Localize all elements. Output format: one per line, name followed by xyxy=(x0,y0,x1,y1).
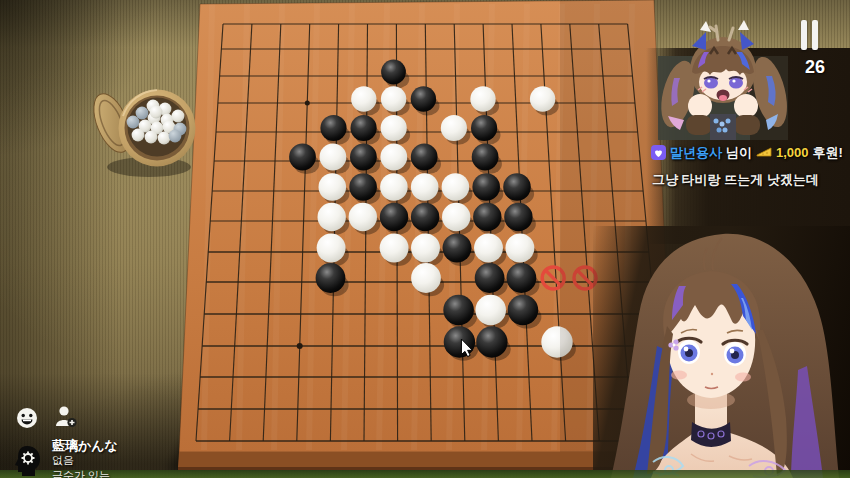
black-stone xyxy=(472,173,500,201)
stream-scene: 말년용사님이 1,000후원! 그냥 타비랑 뜨는게 낫겠는데 xyxy=(0,0,850,478)
black-stone xyxy=(411,86,436,111)
white-stone xyxy=(349,203,377,231)
black-stone xyxy=(507,263,537,293)
black-stone xyxy=(472,144,499,171)
hud-number: 26 xyxy=(797,57,833,78)
donation-message: 말년용사님이 1,000후원! xyxy=(651,144,843,161)
smiley-icon[interactable] xyxy=(16,407,38,433)
white-stone xyxy=(318,203,346,231)
chat-message: 그냥 타비랑 뜨는게 낫겠는데 xyxy=(652,171,848,189)
black-stone xyxy=(444,326,475,357)
black-stone xyxy=(443,234,472,263)
white-stone xyxy=(380,144,407,171)
black-stone xyxy=(443,295,474,326)
white-stone xyxy=(380,173,408,201)
white-stone xyxy=(475,295,506,326)
pause-button[interactable] xyxy=(801,20,818,50)
white-stone xyxy=(411,234,440,263)
black-stone xyxy=(381,60,406,85)
donor-suffix: 님이 xyxy=(726,144,752,162)
white-stone xyxy=(474,234,503,263)
white-stone xyxy=(442,203,470,231)
cheese-icon xyxy=(756,145,772,161)
black-stone xyxy=(289,144,316,171)
pause-bar xyxy=(812,20,818,50)
white-stone xyxy=(470,86,495,111)
white-stone xyxy=(411,263,441,293)
black-stone xyxy=(350,144,377,171)
chibi-mascot-image xyxy=(654,20,792,144)
white-stone xyxy=(319,173,347,201)
white-stone xyxy=(442,173,470,201)
black-stone xyxy=(411,203,439,231)
black-stone xyxy=(473,203,501,231)
head-gear-icon[interactable] xyxy=(10,444,44,478)
white-stone xyxy=(411,173,439,201)
white-stone xyxy=(441,115,467,141)
black-stone xyxy=(475,263,505,293)
pause-bar xyxy=(801,20,807,50)
heart-badge-icon xyxy=(651,145,666,160)
white-stone xyxy=(530,86,555,111)
white-stone xyxy=(381,115,407,141)
black-stone xyxy=(504,203,532,231)
black-stone xyxy=(471,115,497,141)
add-user-icon[interactable] xyxy=(53,404,78,433)
player-info-line3: 금수가 있는 xyxy=(52,468,110,478)
stone-bowl xyxy=(85,78,200,182)
black-stone xyxy=(503,173,531,201)
white-stone xyxy=(351,86,376,111)
black-stone xyxy=(316,263,346,293)
player-info-line2: 없음 xyxy=(52,453,74,468)
black-stone xyxy=(349,173,377,201)
black-stone xyxy=(351,115,377,141)
donation-label: 후원! xyxy=(813,144,843,162)
white-stone xyxy=(505,234,534,263)
white-stone xyxy=(380,234,409,263)
donation-amount: 1,000 xyxy=(776,145,809,160)
black-stone xyxy=(508,295,539,326)
black-stone xyxy=(320,115,346,141)
white-stone xyxy=(320,144,347,171)
mat-edge-strip xyxy=(0,470,850,478)
donor-name: 말년용사 xyxy=(670,144,722,162)
vtuber-avatar xyxy=(595,228,850,478)
black-stone xyxy=(476,326,507,357)
black-stone xyxy=(411,144,438,171)
white-stone xyxy=(381,86,406,111)
black-stone xyxy=(380,203,408,231)
white-stone xyxy=(317,234,346,263)
